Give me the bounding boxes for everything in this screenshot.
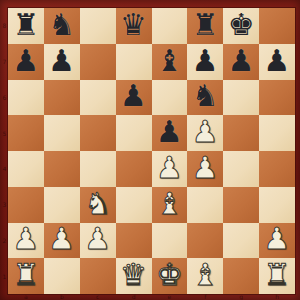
square-f8[interactable]: ♜ <box>187 8 223 44</box>
square-b6[interactable] <box>44 80 80 116</box>
square-e5[interactable]: ♟ <box>152 115 188 151</box>
square-a7[interactable]: ♟ <box>8 44 44 80</box>
square-c7[interactable] <box>80 44 116 80</box>
square-a4[interactable] <box>8 151 44 187</box>
rank-label-4: 4 <box>1 166 8 172</box>
square-h3[interactable] <box>259 187 295 223</box>
square-c5[interactable] <box>80 115 116 151</box>
piece-black-knight: ♞ <box>192 81 219 111</box>
square-g8[interactable]: ♚ <box>223 8 259 44</box>
piece-white-pawn: ♟ <box>192 153 219 183</box>
square-b4[interactable] <box>44 151 80 187</box>
piece-white-knight: ♞ <box>84 189 111 219</box>
square-h6[interactable] <box>259 80 295 116</box>
piece-white-bishop: ♝ <box>192 260 219 290</box>
file-label-a: a <box>8 294 44 300</box>
square-g3[interactable] <box>223 187 259 223</box>
rank-label-2: 2 <box>1 238 8 244</box>
square-g7[interactable]: ♟ <box>223 44 259 80</box>
piece-white-pawn: ♟ <box>264 224 291 254</box>
piece-white-rook: ♜ <box>12 260 39 290</box>
square-a8[interactable]: ♜ <box>8 8 44 44</box>
square-g4[interactable] <box>223 151 259 187</box>
square-a3[interactable] <box>8 187 44 223</box>
file-label-f: f <box>187 294 223 300</box>
square-f4[interactable]: ♟ <box>187 151 223 187</box>
square-h7[interactable]: ♟ <box>259 44 295 80</box>
piece-white-pawn: ♟ <box>192 117 219 147</box>
piece-black-pawn: ♟ <box>264 46 291 76</box>
square-f7[interactable]: ♟ <box>187 44 223 80</box>
piece-white-rook: ♜ <box>264 260 291 290</box>
square-d4[interactable] <box>116 151 152 187</box>
square-f2[interactable] <box>187 223 223 259</box>
square-h8[interactable] <box>259 8 295 44</box>
square-c2[interactable]: ♟ <box>80 223 116 259</box>
piece-white-pawn: ♟ <box>156 153 183 183</box>
file-label-c: c <box>80 294 116 300</box>
piece-black-pawn: ♟ <box>120 81 147 111</box>
piece-white-pawn: ♟ <box>48 224 75 254</box>
file-label-e: e <box>152 294 188 300</box>
rank-label-3: 3 <box>1 202 8 208</box>
square-d2[interactable] <box>116 223 152 259</box>
piece-white-pawn: ♟ <box>84 224 111 254</box>
square-b2[interactable]: ♟ <box>44 223 80 259</box>
square-e3[interactable]: ♝ <box>152 187 188 223</box>
square-d7[interactable] <box>116 44 152 80</box>
rank-label-7: 7 <box>1 59 8 65</box>
square-d1[interactable]: ♛ <box>116 258 152 294</box>
file-label-g: g <box>223 294 259 300</box>
square-g5[interactable] <box>223 115 259 151</box>
square-b1[interactable] <box>44 258 80 294</box>
piece-black-king: ♚ <box>228 10 255 40</box>
square-a5[interactable] <box>8 115 44 151</box>
square-d8[interactable]: ♛ <box>116 8 152 44</box>
piece-black-pawn: ♟ <box>156 117 183 147</box>
square-e7[interactable]: ♝ <box>152 44 188 80</box>
square-f1[interactable]: ♝ <box>187 258 223 294</box>
rank-label-8: 8 <box>1 23 8 29</box>
square-g6[interactable] <box>223 80 259 116</box>
square-b3[interactable] <box>44 187 80 223</box>
square-a6[interactable] <box>8 80 44 116</box>
square-e8[interactable] <box>152 8 188 44</box>
rank-label-6: 6 <box>1 95 8 101</box>
piece-white-queen: ♛ <box>120 260 147 290</box>
square-c4[interactable] <box>80 151 116 187</box>
chess-diagram: ♜♞♛♜♚♟♟♝♟♟♟♟♞♟♟♟♟♞♝♟♟♟♟♜♛♚♝♜ 87654321abc… <box>0 0 300 300</box>
square-h4[interactable] <box>259 151 295 187</box>
piece-black-knight: ♞ <box>48 10 75 40</box>
file-label-b: b <box>44 294 80 300</box>
piece-black-pawn: ♟ <box>12 46 39 76</box>
piece-white-pawn: ♟ <box>12 224 39 254</box>
square-h5[interactable] <box>259 115 295 151</box>
square-b8[interactable]: ♞ <box>44 8 80 44</box>
square-h2[interactable]: ♟ <box>259 223 295 259</box>
square-h1[interactable]: ♜ <box>259 258 295 294</box>
square-e6[interactable] <box>152 80 188 116</box>
piece-white-bishop: ♝ <box>156 189 183 219</box>
square-f5[interactable]: ♟ <box>187 115 223 151</box>
square-c6[interactable] <box>80 80 116 116</box>
square-c1[interactable] <box>80 258 116 294</box>
file-label-h: h <box>259 294 295 300</box>
piece-black-pawn: ♟ <box>228 46 255 76</box>
square-d5[interactable] <box>116 115 152 151</box>
piece-black-pawn: ♟ <box>192 46 219 76</box>
square-e2[interactable] <box>152 223 188 259</box>
piece-black-rook: ♜ <box>12 10 39 40</box>
square-c3[interactable]: ♞ <box>80 187 116 223</box>
square-g1[interactable] <box>223 258 259 294</box>
square-g2[interactable] <box>223 223 259 259</box>
square-d3[interactable] <box>116 187 152 223</box>
square-f6[interactable]: ♞ <box>187 80 223 116</box>
square-e4[interactable]: ♟ <box>152 151 188 187</box>
piece-black-rook: ♜ <box>192 10 219 40</box>
rank-label-5: 5 <box>1 131 8 137</box>
square-c8[interactable] <box>80 8 116 44</box>
square-b5[interactable] <box>44 115 80 151</box>
square-a2[interactable]: ♟ <box>8 223 44 259</box>
square-f3[interactable] <box>187 187 223 223</box>
piece-black-bishop: ♝ <box>156 46 183 76</box>
square-a1[interactable]: ♜ <box>8 258 44 294</box>
file-label-d: d <box>116 294 152 300</box>
piece-white-king: ♚ <box>156 260 183 290</box>
piece-black-queen: ♛ <box>120 10 147 40</box>
rank-label-1: 1 <box>1 274 8 280</box>
piece-black-pawn: ♟ <box>48 46 75 76</box>
square-d6[interactable]: ♟ <box>116 80 152 116</box>
square-b7[interactable]: ♟ <box>44 44 80 80</box>
chess-board: ♜♞♛♜♚♟♟♝♟♟♟♟♞♟♟♟♟♞♝♟♟♟♟♜♛♚♝♜ <box>8 8 295 294</box>
square-e1[interactable]: ♚ <box>152 258 188 294</box>
